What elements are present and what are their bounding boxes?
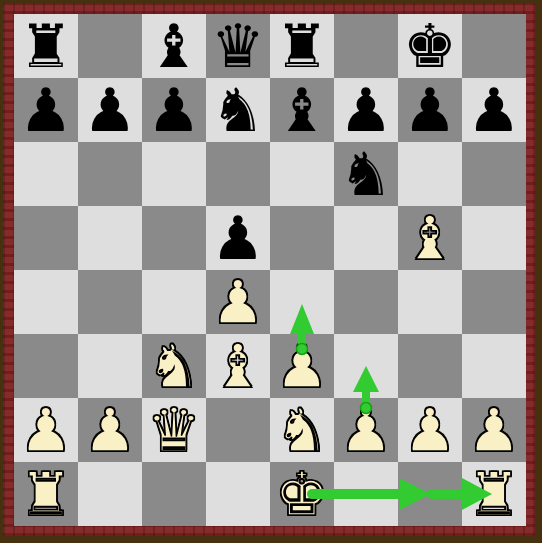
chess-board: ♜♝♛♜♚♟♟♟♞♝♟♟♟♞♟♝♟♞♝♟♟♟♛♞♟♟♟♜♚♜ bbox=[14, 14, 526, 526]
square-d4[interactable]: ♟ bbox=[206, 270, 270, 334]
piece-black-king[interactable]: ♚ bbox=[403, 16, 457, 76]
square-b1[interactable] bbox=[78, 462, 142, 526]
square-h5[interactable] bbox=[462, 206, 526, 270]
square-h3[interactable] bbox=[462, 334, 526, 398]
square-g7[interactable]: ♟ bbox=[398, 78, 462, 142]
square-f4[interactable] bbox=[334, 270, 398, 334]
piece-white-pawn[interactable]: ♟ bbox=[275, 336, 329, 396]
square-e3[interactable]: ♟ bbox=[270, 334, 334, 398]
piece-black-pawn[interactable]: ♟ bbox=[339, 80, 393, 140]
square-b2[interactable]: ♟ bbox=[78, 398, 142, 462]
piece-white-pawn[interactable]: ♟ bbox=[83, 400, 137, 460]
square-b3[interactable] bbox=[78, 334, 142, 398]
piece-black-pawn[interactable]: ♟ bbox=[19, 80, 73, 140]
square-g3[interactable] bbox=[398, 334, 462, 398]
piece-white-pawn[interactable]: ♟ bbox=[403, 400, 457, 460]
square-a6[interactable] bbox=[14, 142, 78, 206]
piece-black-pawn[interactable]: ♟ bbox=[211, 208, 265, 268]
square-c4[interactable] bbox=[142, 270, 206, 334]
square-c3[interactable]: ♞ bbox=[142, 334, 206, 398]
square-c7[interactable]: ♟ bbox=[142, 78, 206, 142]
piece-white-pawn[interactable]: ♟ bbox=[467, 400, 521, 460]
square-d6[interactable] bbox=[206, 142, 270, 206]
square-h6[interactable] bbox=[462, 142, 526, 206]
board-frame: ♜♝♛♜♚♟♟♟♞♝♟♟♟♞♟♝♟♞♝♟♟♟♛♞♟♟♟♜♚♜ bbox=[0, 0, 542, 543]
square-h7[interactable]: ♟ bbox=[462, 78, 526, 142]
piece-white-bishop[interactable]: ♝ bbox=[211, 336, 265, 396]
square-g5[interactable]: ♝ bbox=[398, 206, 462, 270]
square-a1[interactable]: ♜ bbox=[14, 462, 78, 526]
square-c6[interactable] bbox=[142, 142, 206, 206]
square-e6[interactable] bbox=[270, 142, 334, 206]
square-f3[interactable] bbox=[334, 334, 398, 398]
square-f7[interactable]: ♟ bbox=[334, 78, 398, 142]
square-h1[interactable]: ♜ bbox=[462, 462, 526, 526]
square-b5[interactable] bbox=[78, 206, 142, 270]
square-e4[interactable] bbox=[270, 270, 334, 334]
square-d2[interactable] bbox=[206, 398, 270, 462]
square-f2[interactable]: ♟ bbox=[334, 398, 398, 462]
square-e1[interactable]: ♚ bbox=[270, 462, 334, 526]
piece-black-knight[interactable]: ♞ bbox=[211, 80, 265, 140]
piece-white-pawn[interactable]: ♟ bbox=[211, 272, 265, 332]
square-d1[interactable] bbox=[206, 462, 270, 526]
square-e7[interactable]: ♝ bbox=[270, 78, 334, 142]
square-e2[interactable]: ♞ bbox=[270, 398, 334, 462]
square-g8[interactable]: ♚ bbox=[398, 14, 462, 78]
square-e8[interactable]: ♜ bbox=[270, 14, 334, 78]
square-f6[interactable]: ♞ bbox=[334, 142, 398, 206]
square-c2[interactable]: ♛ bbox=[142, 398, 206, 462]
square-a2[interactable]: ♟ bbox=[14, 398, 78, 462]
piece-white-queen[interactable]: ♛ bbox=[147, 400, 201, 460]
square-b4[interactable] bbox=[78, 270, 142, 334]
piece-black-rook[interactable]: ♜ bbox=[275, 16, 329, 76]
square-a7[interactable]: ♟ bbox=[14, 78, 78, 142]
piece-black-bishop[interactable]: ♝ bbox=[275, 80, 329, 140]
piece-black-bishop[interactable]: ♝ bbox=[147, 16, 201, 76]
square-g4[interactable] bbox=[398, 270, 462, 334]
square-a8[interactable]: ♜ bbox=[14, 14, 78, 78]
square-f5[interactable] bbox=[334, 206, 398, 270]
piece-white-king[interactable]: ♚ bbox=[275, 464, 329, 524]
square-f1[interactable] bbox=[334, 462, 398, 526]
square-g2[interactable]: ♟ bbox=[398, 398, 462, 462]
piece-white-rook[interactable]: ♜ bbox=[19, 464, 73, 524]
piece-white-knight[interactable]: ♞ bbox=[275, 400, 329, 460]
piece-white-rook[interactable]: ♜ bbox=[467, 464, 521, 524]
piece-white-bishop[interactable]: ♝ bbox=[403, 208, 457, 268]
square-d8[interactable]: ♛ bbox=[206, 14, 270, 78]
square-c1[interactable] bbox=[142, 462, 206, 526]
square-b8[interactable] bbox=[78, 14, 142, 78]
square-g6[interactable] bbox=[398, 142, 462, 206]
piece-black-knight[interactable]: ♞ bbox=[339, 144, 393, 204]
piece-black-pawn[interactable]: ♟ bbox=[403, 80, 457, 140]
square-a5[interactable] bbox=[14, 206, 78, 270]
square-d5[interactable]: ♟ bbox=[206, 206, 270, 270]
square-h4[interactable] bbox=[462, 270, 526, 334]
piece-white-knight[interactable]: ♞ bbox=[147, 336, 201, 396]
square-a4[interactable] bbox=[14, 270, 78, 334]
piece-white-pawn[interactable]: ♟ bbox=[339, 400, 393, 460]
piece-white-pawn[interactable]: ♟ bbox=[19, 400, 73, 460]
square-a3[interactable] bbox=[14, 334, 78, 398]
piece-black-queen[interactable]: ♛ bbox=[211, 16, 265, 76]
piece-black-pawn[interactable]: ♟ bbox=[83, 80, 137, 140]
square-h8[interactable] bbox=[462, 14, 526, 78]
square-c5[interactable] bbox=[142, 206, 206, 270]
square-b7[interactable]: ♟ bbox=[78, 78, 142, 142]
square-h2[interactable]: ♟ bbox=[462, 398, 526, 462]
square-c8[interactable]: ♝ bbox=[142, 14, 206, 78]
square-e5[interactable] bbox=[270, 206, 334, 270]
square-d3[interactable]: ♝ bbox=[206, 334, 270, 398]
piece-black-rook[interactable]: ♜ bbox=[19, 16, 73, 76]
piece-black-pawn[interactable]: ♟ bbox=[467, 80, 521, 140]
square-d7[interactable]: ♞ bbox=[206, 78, 270, 142]
piece-black-pawn[interactable]: ♟ bbox=[147, 80, 201, 140]
square-g1[interactable] bbox=[398, 462, 462, 526]
square-f8[interactable] bbox=[334, 14, 398, 78]
square-b6[interactable] bbox=[78, 142, 142, 206]
